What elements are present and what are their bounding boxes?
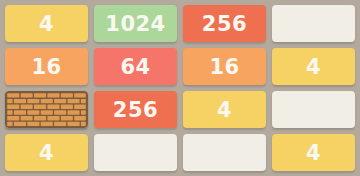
tile-1024: 1024 (94, 5, 177, 42)
tile-value: 4 (39, 141, 54, 165)
tile-16: 16 (183, 48, 266, 85)
empty-cell (272, 91, 355, 128)
empty-cell (94, 134, 177, 171)
tile-4: 4 (5, 134, 88, 171)
tile-4: 4 (5, 5, 88, 42)
tile-4: 4 (183, 91, 266, 128)
tile-64: 64 (94, 48, 177, 85)
tile-16: 16 (5, 48, 88, 85)
tile-256: 256 (94, 91, 177, 128)
tile-value: 64 (120, 55, 150, 79)
tile-4: 4 (272, 134, 355, 171)
tile-value: 256 (202, 12, 247, 36)
tile-value: 16 (31, 55, 61, 79)
tile-value: 1024 (105, 12, 165, 36)
board-2048[interactable]: 410242561664164256444 (0, 0, 360, 176)
brick-pattern-icon (5, 91, 88, 128)
page-2048: { "game": "2048", "variant_note": "4x4 2… (0, 0, 360, 176)
tile-256: 256 (183, 5, 266, 42)
tile-value: 4 (217, 98, 232, 122)
tile-value: 4 (306, 141, 321, 165)
tile-value: 4 (306, 55, 321, 79)
empty-cell (183, 134, 266, 171)
tile-value: 4 (39, 12, 54, 36)
empty-cell (272, 5, 355, 42)
tile-value: 16 (209, 55, 239, 79)
tile-value: 256 (113, 98, 158, 122)
brick-tile (5, 91, 88, 128)
tile-4: 4 (272, 48, 355, 85)
